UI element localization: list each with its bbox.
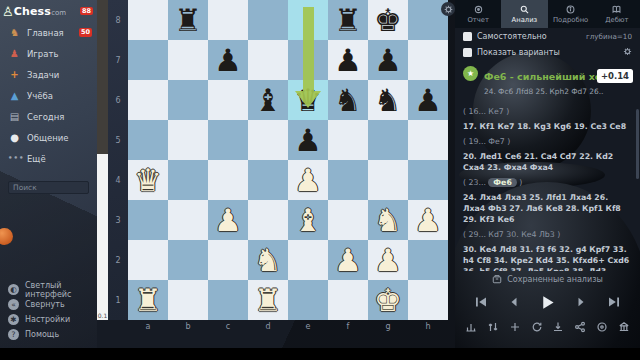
square-g2[interactable]: ♟ (368, 240, 408, 280)
piece-black-rook[interactable]: ♜ (334, 0, 362, 40)
home-icon: ♞ (8, 26, 21, 39)
piece-white-pawn[interactable]: ♟ (294, 160, 322, 200)
square-c3[interactable]: ♟ (208, 200, 248, 240)
chesscom-logo[interactable]: ♙ Chess com 88 (0, 0, 97, 22)
show-lines-checkbox[interactable] (463, 48, 472, 57)
square-b6[interactable] (168, 80, 208, 120)
sidebar-item-label: Учёба (27, 91, 53, 101)
file-labels: abcdefgh (128, 320, 448, 334)
show-lines-label: Показать варианты (477, 48, 560, 57)
move-line-text: ) (517, 178, 523, 187)
piece-black-king[interactable]: ♚ (374, 0, 402, 40)
piece-white-rook[interactable]: ♜ (254, 280, 282, 320)
sidebar-item-label: Играть (27, 49, 58, 59)
add-icon[interactable] (509, 318, 521, 337)
letterbox-bar (0, 348, 640, 360)
move-list: ( 16... Ке7 )17. Кf1 Ке7 18. Кg3 Кg6 19.… (455, 99, 640, 271)
sidebar-item-label: Общение (27, 133, 68, 143)
piece-black-pawn[interactable]: ♟ (334, 40, 362, 80)
file-label-b: b (168, 320, 208, 334)
focus-mode-icon[interactable] (596, 318, 608, 337)
next-move-button[interactable] (571, 293, 591, 311)
notification-badge: 88 (80, 7, 93, 16)
tab-opening[interactable]: Дебют (594, 0, 640, 28)
opening-icon (612, 5, 621, 14)
help-button[interactable]: ?Помощь (0, 327, 97, 342)
square-f7[interactable]: ♟ (328, 40, 368, 80)
saved-analyses-label: Сохраненные анализы (507, 275, 603, 284)
move-line[interactable]: 17. Кf1 Ке7 18. Кg3 Кg6 19. Се3 Се8 (463, 121, 632, 132)
collapse-label: Свернуть (25, 300, 65, 309)
reset-icon[interactable] (531, 318, 543, 337)
rank-label-3: 3 (108, 200, 128, 240)
square-b1[interactable] (168, 280, 208, 320)
search-wrap (8, 175, 89, 194)
move-line[interactable]: ( 19... Фе7 ) (463, 136, 632, 147)
square-f1[interactable] (328, 280, 368, 320)
collapse-button[interactable]: «Свернуть (0, 297, 97, 312)
square-c5[interactable] (208, 120, 248, 160)
sidebar-bottom: ◐Светлый интерфейс«Свернуть✱Настройки?По… (0, 282, 97, 342)
self-analysis-row: Самостоятельно глубина=10 (455, 28, 640, 44)
evaluation-bar: 0.1 (97, 0, 108, 320)
previous-move-button[interactable] (504, 293, 524, 311)
evaluation-value: 0.1 (97, 312, 108, 319)
square-a2[interactable] (128, 240, 168, 280)
rank-label-2: 2 (108, 240, 128, 280)
square-a6[interactable] (128, 80, 168, 120)
file-label-a: a (128, 320, 168, 334)
square-a7[interactable] (128, 40, 168, 80)
best-move-text: Фе6 (484, 71, 506, 82)
square-d6[interactable]: ♝ (248, 80, 288, 120)
file-label-c: c (208, 320, 248, 334)
rank-label-8: 8 (108, 0, 128, 40)
self-analysis-checkbox[interactable] (463, 32, 472, 41)
file-label-h: h (408, 320, 448, 334)
theme-icon: ◐ (8, 284, 19, 295)
rank-label-4: 4 (108, 160, 128, 200)
sidebar-item-learn[interactable]: ▲Учёба (0, 85, 97, 106)
square-a8[interactable] (128, 0, 168, 40)
settings-button[interactable]: ✱Настройки (0, 312, 97, 327)
square-g8[interactable]: ♚ (368, 0, 408, 40)
move-list-scrollbar[interactable] (636, 109, 639, 179)
square-g7[interactable]: ♟ (368, 40, 408, 80)
move-line[interactable]: 30. Ке4 Лd8 31. f3 f6 32. g4 Крf7 33. h4… (463, 244, 632, 271)
square-e4[interactable]: ♟ (288, 160, 328, 200)
square-f6[interactable]: ♞ (328, 80, 368, 120)
notification-badge: 50 (79, 28, 92, 37)
file-label-e: e (288, 320, 328, 334)
help-icon: ? (8, 329, 19, 340)
go-to-end-button[interactable] (604, 293, 624, 311)
square-a5[interactable] (128, 120, 168, 160)
square-b7[interactable] (168, 40, 208, 80)
square-c7[interactable]: ♟ (208, 40, 248, 80)
file-label-d: d (248, 320, 288, 334)
square-h5[interactable] (408, 120, 448, 160)
share-icon[interactable] (574, 318, 586, 337)
piece-white-rook[interactable]: ♜ (134, 280, 162, 320)
square-a1[interactable]: ♜ (128, 280, 168, 320)
report-icon (474, 5, 483, 14)
square-g5[interactable] (368, 120, 408, 160)
square-d1[interactable]: ♜ (248, 280, 288, 320)
analysis-toolbar (455, 315, 640, 337)
sidebar-item-label: Сегодня (27, 112, 64, 122)
social-icon: ● (8, 131, 21, 144)
piece-white-king[interactable]: ♚ (374, 280, 402, 320)
piece-white-pawn[interactable]: ♟ (414, 200, 442, 240)
analysis-icon (520, 5, 529, 14)
square-d3[interactable] (248, 200, 288, 240)
square-d5[interactable] (248, 120, 288, 160)
square-b3[interactable] (168, 200, 208, 240)
rank-label-5: 5 (108, 120, 128, 160)
theme-label: Светлый интерфейс (25, 281, 89, 299)
game-report-chart-icon[interactable] (465, 318, 477, 337)
piece-white-pawn[interactable]: ♟ (214, 200, 242, 240)
sidebar-item-home[interactable]: ♞Главная50 (0, 22, 97, 43)
theme-button[interactable]: ◐Светлый интерфейс (0, 282, 97, 297)
square-d2[interactable]: ♞ (248, 240, 288, 280)
piece-white-pawn[interactable]: ♟ (334, 240, 362, 280)
download-icon[interactable] (552, 318, 564, 337)
piece-black-knight[interactable]: ♞ (374, 80, 402, 120)
logo-text: Chess (14, 5, 51, 18)
saved-analyses-icon (492, 274, 502, 284)
eval-badge: +0.14 (597, 69, 633, 83)
piece-black-queen[interactable]: ♛ (294, 80, 322, 120)
tab-label: Отчет (467, 16, 488, 24)
square-f4[interactable] (328, 160, 368, 200)
piece-black-knight[interactable]: ♞ (334, 80, 362, 120)
sidebar-item-label: Главная (27, 28, 64, 38)
settings-label: Настройки (25, 315, 70, 324)
square-e5[interactable]: ♟ (288, 120, 328, 160)
logo-pawn-icon: ♙ (2, 4, 14, 19)
best-move-star-icon: ★ (463, 66, 478, 81)
left-sidebar: ♙ Chess com 88 ♞Главная50♟Играть+Задачи▲… (0, 0, 97, 348)
more-icon: ••• (8, 152, 21, 165)
sidebar-item-more[interactable]: •••Ещё (0, 148, 97, 169)
file-label-f: f (328, 320, 368, 334)
square-c6[interactable] (208, 80, 248, 120)
evaluation-bar-white (97, 154, 108, 320)
move-navigation (455, 287, 640, 315)
settings-icon: ✱ (8, 314, 19, 325)
coach-avatar[interactable] (0, 228, 13, 245)
square-c8[interactable] (208, 0, 248, 40)
piece-white-knight[interactable]: ♞ (254, 240, 282, 280)
square-a4[interactable]: ♛ (128, 160, 168, 200)
piece-black-pawn[interactable]: ♟ (374, 40, 402, 80)
square-h3[interactable]: ♟ (408, 200, 448, 240)
move-line[interactable]: 20. Лed1 Се6 21. Са4 Сd7 22. Кd2 Сxa4 23… (463, 151, 632, 173)
best-move-suggestion[interactable]: ★ Фе6 - сильнейший ход 24. Фс6 Лfd8 25. … (455, 60, 640, 99)
square-g1[interactable]: ♚ (368, 280, 408, 320)
piece-white-pawn[interactable]: ♟ (374, 240, 402, 280)
square-f2[interactable]: ♟ (328, 240, 368, 280)
square-h6[interactable]: ♟ (408, 80, 448, 120)
sidebar-item-social[interactable]: ●Общение (0, 127, 97, 148)
square-a3[interactable] (128, 200, 168, 240)
rank-label-6: 6 (108, 80, 128, 120)
sidebar-item-label: Задачи (27, 70, 59, 80)
learn-icon: ▲ (8, 89, 21, 102)
tab-label: Анализ (512, 16, 538, 24)
best-move-note: - сильнейший ход (506, 71, 609, 82)
depth-label: глубина=10 (586, 32, 632, 41)
file-label-g: g (368, 320, 408, 334)
square-e2[interactable] (288, 240, 328, 280)
tab-label: Подробно (553, 16, 588, 24)
rank-labels: 87654321 (108, 0, 128, 320)
sidebar-item-label: Ещё (27, 154, 46, 164)
square-b8[interactable]: ♜ (168, 0, 208, 40)
tab-report[interactable]: Отчет (455, 0, 501, 28)
tab-analysis[interactable]: Анализ (501, 0, 547, 28)
logo-suffix: com (51, 9, 66, 17)
tab-label: Дебют (605, 16, 628, 24)
rank-label-7: 7 (108, 40, 128, 80)
sidebar-nav: ♞Главная50♟Играть+Задачи▲Учёба▤Сегодня●О… (0, 22, 97, 169)
sidebar-item-play[interactable]: ♟Играть (0, 43, 97, 64)
square-h7[interactable] (408, 40, 448, 80)
square-h2[interactable] (408, 240, 448, 280)
help-label: Помощь (25, 330, 59, 339)
piece-black-pawn[interactable]: ♟ (214, 40, 242, 80)
self-analysis-label: Самостоятельно (477, 32, 547, 41)
square-e8[interactable] (288, 0, 328, 40)
square-e1[interactable] (288, 280, 328, 320)
square-e7[interactable] (288, 40, 328, 80)
details-icon (566, 5, 575, 14)
go-to-start-button[interactable] (471, 293, 491, 311)
openings-library-icon[interactable] (618, 318, 630, 337)
square-f3[interactable] (328, 200, 368, 240)
saved-analyses-button[interactable]: Сохраненные анализы (455, 271, 640, 287)
square-e6[interactable]: ♛ (288, 80, 328, 120)
sidebar-item-puzzles[interactable]: +Задачи (0, 64, 97, 85)
square-d7[interactable] (248, 40, 288, 80)
piece-white-knight[interactable]: ♞ (374, 200, 402, 240)
engine-settings-gear-icon[interactable] (623, 47, 632, 58)
puzzles-icon: + (8, 68, 21, 81)
square-c1[interactable] (208, 280, 248, 320)
chess-board: ♜♜♚♟♟♟♝♛♞♞♟♟♛♟♟♝♞♟♞♟♟♜♜♚ (128, 0, 448, 320)
piece-white-queen[interactable]: ♛ (134, 160, 162, 200)
move-line-text: ( 23... (463, 178, 488, 187)
today-icon: ▤ (8, 110, 21, 123)
square-c4[interactable] (208, 160, 248, 200)
square-b2[interactable] (168, 240, 208, 280)
move-line[interactable]: 24. Лxa4 Лxa3 25. Лfd1 Лxa4 26. Лxa4 Фb3… (463, 192, 632, 225)
analysis-panel: ОтчетАнализПодробноДебют Самостоятельно … (455, 0, 640, 348)
move-line[interactable]: ( 16... Ке7 ) (463, 106, 632, 117)
square-b4[interactable] (168, 160, 208, 200)
rank-label-1: 1 (108, 280, 128, 320)
search-input[interactable] (8, 181, 89, 194)
square-g4[interactable] (368, 160, 408, 200)
collapse-icon: « (8, 299, 19, 310)
square-d8[interactable] (248, 0, 288, 40)
show-lines-row: Показать варианты (455, 44, 640, 60)
move-line[interactable]: ( 23... Фе6 ) (463, 177, 632, 188)
piece-black-pawn[interactable]: ♟ (414, 80, 442, 120)
sidebar-item-today[interactable]: ▤Сегодня (0, 106, 97, 127)
current-move-pill[interactable]: Фе6 (488, 178, 516, 187)
square-d4[interactable] (248, 160, 288, 200)
panel-settings-gear-icon[interactable] (441, 2, 455, 16)
square-e3[interactable]: ♝ (288, 200, 328, 240)
piece-black-pawn[interactable]: ♟ (294, 120, 322, 160)
square-f5[interactable] (328, 120, 368, 160)
flip-board-icon[interactable] (487, 318, 499, 337)
square-f8[interactable]: ♜ (328, 0, 368, 40)
tab-details[interactable]: Подробно (548, 0, 594, 28)
square-g6[interactable]: ♞ (368, 80, 408, 120)
engine-line: 24. Фс6 Лfd8 25. Крh2 Фd7 26... (484, 87, 604, 96)
square-h1[interactable] (408, 280, 448, 320)
move-line[interactable]: ( 29... Кd7 30. Ке4 Лb3 ) (463, 229, 632, 240)
square-b5[interactable] (168, 120, 208, 160)
play-icon: ♟ (8, 47, 21, 60)
play-button[interactable] (538, 293, 558, 311)
piece-black-bishop[interactable]: ♝ (254, 80, 282, 120)
piece-black-rook[interactable]: ♜ (174, 0, 202, 40)
square-c2[interactable] (208, 240, 248, 280)
piece-white-bishop[interactable]: ♝ (294, 200, 322, 240)
square-h4[interactable] (408, 160, 448, 200)
square-g3[interactable]: ♞ (368, 200, 408, 240)
panel-tabs: ОтчетАнализПодробноДебют (455, 0, 640, 28)
